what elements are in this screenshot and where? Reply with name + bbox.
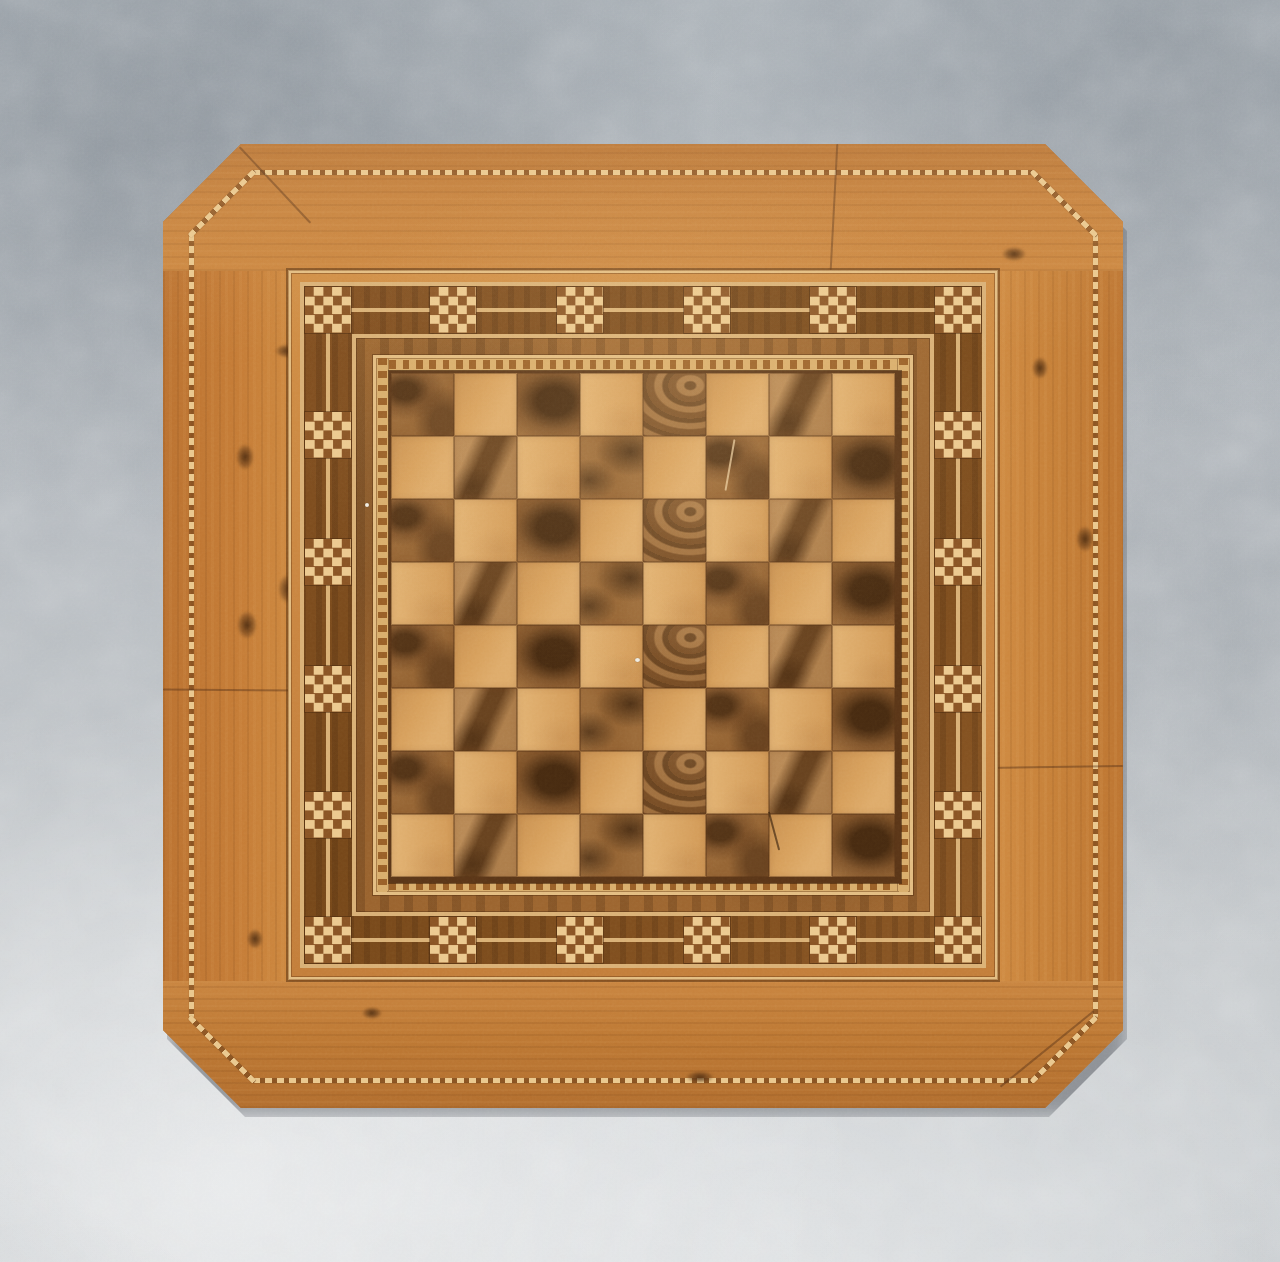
square-g2: [769, 751, 832, 814]
square-e7: [643, 436, 706, 499]
square-e3: [643, 688, 706, 751]
square-c3: [517, 688, 580, 751]
square-d6: [580, 499, 643, 562]
square-a2: [391, 751, 454, 814]
square-a3: [391, 688, 454, 751]
nine-patch-block: [305, 917, 351, 963]
nine-patch-block: [684, 917, 730, 963]
paint-speck: [365, 503, 369, 507]
wood-knot-icon: [1002, 247, 1026, 261]
nine-patch-block: [305, 792, 351, 838]
stringing-segment: [1093, 234, 1098, 1018]
nine-patch-block: [810, 917, 856, 963]
nine-patch-block: [430, 287, 476, 333]
square-g5: [769, 562, 832, 625]
square-b3: [454, 688, 517, 751]
square-f7: [706, 436, 769, 499]
square-d7: [580, 436, 643, 499]
nine-patch-block: [935, 539, 981, 585]
square-c7: [517, 436, 580, 499]
square-a6: [391, 499, 454, 562]
square-c2: [517, 751, 580, 814]
photo-scene: [0, 0, 1280, 1262]
square-h6: [832, 499, 895, 562]
square-a7: [391, 436, 454, 499]
dentil-segment: [376, 358, 389, 892]
square-c8: [517, 373, 580, 436]
square-f4: [706, 625, 769, 688]
square-h8: [832, 373, 895, 436]
nine-patch-block: [935, 412, 981, 458]
nine-patch-block: [810, 287, 856, 333]
chessboard: [389, 371, 901, 883]
table-frame-right: [996, 271, 1123, 981]
wood-knot-icon: [247, 929, 263, 949]
square-h7: [832, 436, 895, 499]
square-d2: [580, 751, 643, 814]
square-a5: [391, 562, 454, 625]
nine-patch-block: [557, 917, 603, 963]
table-frame-bottom: [163, 981, 1123, 1108]
square-g8: [769, 373, 832, 436]
nine-patch-block: [305, 412, 351, 458]
wood-knot-icon: [1032, 357, 1048, 379]
square-c4: [517, 625, 580, 688]
nine-patch-block: [430, 917, 476, 963]
square-a8: [391, 373, 454, 436]
wood-knot-icon: [362, 1007, 382, 1019]
square-b8: [454, 373, 517, 436]
wood-knot-icon: [237, 611, 257, 639]
square-e8: [643, 373, 706, 436]
paint-speck: [635, 658, 640, 662]
square-b7: [454, 436, 517, 499]
nine-patch-block: [305, 666, 351, 712]
square-h5: [832, 562, 895, 625]
square-h2: [832, 751, 895, 814]
square-f6: [706, 499, 769, 562]
nine-patch-block: [935, 287, 981, 333]
table-frame-top: [163, 144, 1123, 271]
square-b4: [454, 625, 517, 688]
square-d1: [580, 814, 643, 877]
square-d4: [580, 625, 643, 688]
square-b2: [454, 751, 517, 814]
square-c5: [517, 562, 580, 625]
square-b1: [454, 814, 517, 877]
square-e6: [643, 499, 706, 562]
square-d3: [580, 688, 643, 751]
square-b5: [454, 562, 517, 625]
square-f8: [706, 373, 769, 436]
square-e1: [643, 814, 706, 877]
nine-patch-block: [684, 287, 730, 333]
square-g3: [769, 688, 832, 751]
dentil-segment: [376, 358, 910, 371]
square-d8: [580, 373, 643, 436]
stringing-segment: [189, 234, 194, 1018]
square-f5: [706, 562, 769, 625]
stringing-segment: [253, 170, 1033, 175]
square-h1: [832, 814, 895, 877]
wood-knot-icon: [236, 444, 254, 470]
square-a1: [391, 814, 454, 877]
square-f1: [706, 814, 769, 877]
square-g7: [769, 436, 832, 499]
nine-patch-block: [935, 917, 981, 963]
square-e2: [643, 751, 706, 814]
square-g4: [769, 625, 832, 688]
square-e5: [643, 562, 706, 625]
square-h4: [832, 625, 895, 688]
square-e4: [643, 625, 706, 688]
square-g6: [769, 499, 832, 562]
square-h3: [832, 688, 895, 751]
nine-patch-block: [305, 539, 351, 585]
square-d5: [580, 562, 643, 625]
nine-patch-block: [557, 287, 603, 333]
square-a4: [391, 625, 454, 688]
stringing-segment: [253, 1078, 1033, 1083]
nine-patch-block: [305, 287, 351, 333]
square-f2: [706, 751, 769, 814]
chessboard-grid: [391, 373, 899, 877]
square-c1: [517, 814, 580, 877]
table-frame-left: [163, 271, 290, 981]
square-b6: [454, 499, 517, 562]
wood-knot-icon: [1076, 526, 1094, 552]
nine-patch-block: [935, 666, 981, 712]
wood-knot-icon: [686, 1071, 714, 1083]
square-f3: [706, 688, 769, 751]
nine-patch-block: [935, 792, 981, 838]
square-c6: [517, 499, 580, 562]
game-table: [163, 144, 1123, 1108]
